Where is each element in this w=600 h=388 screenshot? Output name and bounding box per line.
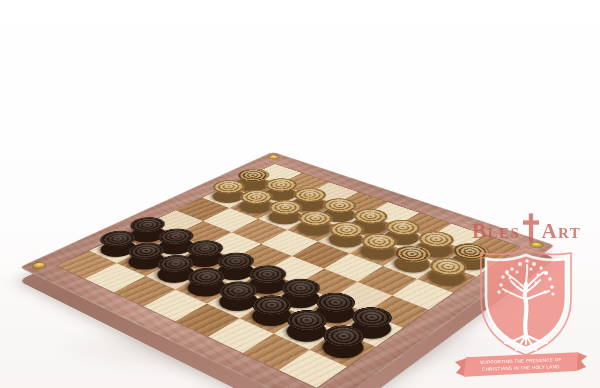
- brand-wordmark: Bles Art: [472, 213, 581, 242]
- brand-ribbon: SUPPORTING THE PRESENCE OF CHRISTIANS IN…: [452, 350, 590, 382]
- brand-shield: [476, 246, 576, 358]
- cross-icon: [523, 213, 539, 243]
- blestart-watermark: Bles Art: [440, 200, 600, 386]
- wordmark-prefix: Bles: [472, 221, 520, 242]
- product-photo-stage: Bles Art: [0, 0, 600, 388]
- wordmark-suffix: Art: [541, 221, 581, 242]
